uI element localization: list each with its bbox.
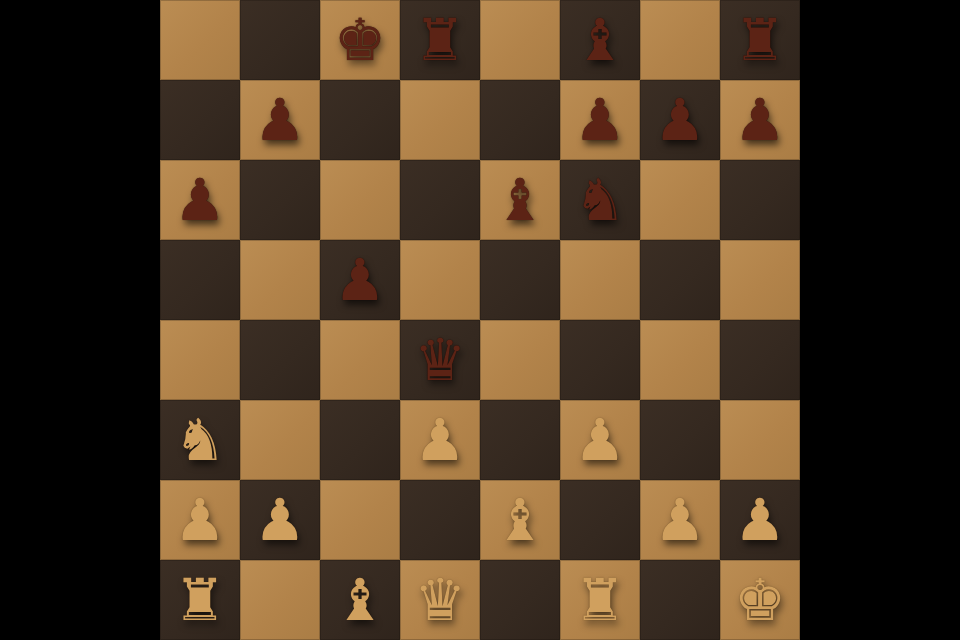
square-h6[interactable] bbox=[720, 160, 800, 240]
square-c8[interactable]: ♚ bbox=[320, 0, 400, 80]
square-d6[interactable] bbox=[400, 160, 480, 240]
square-h8[interactable]: ♜ bbox=[720, 0, 800, 80]
square-c5[interactable]: ♟ bbox=[320, 240, 400, 320]
square-a5[interactable] bbox=[160, 240, 240, 320]
square-b1[interactable] bbox=[240, 560, 320, 640]
square-f5[interactable] bbox=[560, 240, 640, 320]
square-c6[interactable] bbox=[320, 160, 400, 240]
square-h7[interactable]: ♟ bbox=[720, 80, 800, 160]
piece-black-pawn[interactable]: ♟ bbox=[654, 80, 706, 160]
piece-white-bishop[interactable]: ♝ bbox=[334, 560, 386, 640]
square-e1[interactable] bbox=[480, 560, 560, 640]
piece-black-bishop[interactable]: ♝ bbox=[574, 0, 626, 80]
piece-white-pawn[interactable]: ♟ bbox=[414, 400, 466, 480]
square-a2[interactable]: ♟ bbox=[160, 480, 240, 560]
square-a1[interactable]: ♜ bbox=[160, 560, 240, 640]
square-g4[interactable] bbox=[640, 320, 720, 400]
square-e7[interactable] bbox=[480, 80, 560, 160]
square-b7[interactable]: ♟ bbox=[240, 80, 320, 160]
square-e8[interactable] bbox=[480, 0, 560, 80]
piece-black-pawn[interactable]: ♟ bbox=[334, 240, 386, 320]
square-d5[interactable] bbox=[400, 240, 480, 320]
square-h4[interactable] bbox=[720, 320, 800, 400]
square-d3[interactable]: ♟ bbox=[400, 400, 480, 480]
square-a7[interactable] bbox=[160, 80, 240, 160]
square-a8[interactable] bbox=[160, 0, 240, 80]
square-d4[interactable]: ♛ bbox=[400, 320, 480, 400]
piece-white-rook[interactable]: ♜ bbox=[174, 560, 226, 640]
square-g8[interactable] bbox=[640, 0, 720, 80]
square-d8[interactable]: ♜ bbox=[400, 0, 480, 80]
square-b4[interactable] bbox=[240, 320, 320, 400]
piece-white-rook[interactable]: ♜ bbox=[574, 560, 626, 640]
square-h3[interactable] bbox=[720, 400, 800, 480]
square-d7[interactable] bbox=[400, 80, 480, 160]
square-b6[interactable] bbox=[240, 160, 320, 240]
square-b5[interactable] bbox=[240, 240, 320, 320]
piece-black-pawn[interactable]: ♟ bbox=[254, 80, 306, 160]
square-g7[interactable]: ♟ bbox=[640, 80, 720, 160]
square-b3[interactable] bbox=[240, 400, 320, 480]
square-g6[interactable] bbox=[640, 160, 720, 240]
piece-black-knight[interactable]: ♞ bbox=[574, 160, 626, 240]
square-e3[interactable] bbox=[480, 400, 560, 480]
piece-white-pawn[interactable]: ♟ bbox=[574, 400, 626, 480]
square-f2[interactable] bbox=[560, 480, 640, 560]
square-f3[interactable]: ♟ bbox=[560, 400, 640, 480]
square-c3[interactable] bbox=[320, 400, 400, 480]
square-e5[interactable] bbox=[480, 240, 560, 320]
square-e6[interactable]: ♝ bbox=[480, 160, 560, 240]
square-f8[interactable]: ♝ bbox=[560, 0, 640, 80]
piece-white-pawn[interactable]: ♟ bbox=[734, 480, 786, 560]
square-e4[interactable] bbox=[480, 320, 560, 400]
square-g5[interactable] bbox=[640, 240, 720, 320]
square-d2[interactable] bbox=[400, 480, 480, 560]
square-a3[interactable]: ♞ bbox=[160, 400, 240, 480]
square-e2[interactable]: ♝ bbox=[480, 480, 560, 560]
square-a6[interactable]: ♟ bbox=[160, 160, 240, 240]
piece-white-queen[interactable]: ♛ bbox=[414, 560, 466, 640]
square-g1[interactable] bbox=[640, 560, 720, 640]
piece-white-knight[interactable]: ♞ bbox=[174, 400, 226, 480]
square-c1[interactable]: ♝ bbox=[320, 560, 400, 640]
piece-black-bishop[interactable]: ♝ bbox=[494, 160, 546, 240]
chessboard: ♚♜♝♜♟♟♟♟♟♝♞♟♛♞♟♟♟♟♝♟♟♜♝♛♜♚ bbox=[160, 0, 800, 640]
square-b2[interactable]: ♟ bbox=[240, 480, 320, 560]
piece-white-king[interactable]: ♚ bbox=[734, 560, 786, 640]
piece-white-bishop[interactable]: ♝ bbox=[494, 480, 546, 560]
square-h1[interactable]: ♚ bbox=[720, 560, 800, 640]
square-f6[interactable]: ♞ bbox=[560, 160, 640, 240]
square-f1[interactable]: ♜ bbox=[560, 560, 640, 640]
piece-white-pawn[interactable]: ♟ bbox=[654, 480, 706, 560]
piece-black-rook[interactable]: ♜ bbox=[414, 0, 466, 80]
piece-black-pawn[interactable]: ♟ bbox=[734, 80, 786, 160]
piece-white-pawn[interactable]: ♟ bbox=[254, 480, 306, 560]
square-b8[interactable] bbox=[240, 0, 320, 80]
piece-black-king[interactable]: ♚ bbox=[334, 0, 386, 80]
square-f4[interactable] bbox=[560, 320, 640, 400]
piece-white-pawn[interactable]: ♟ bbox=[174, 480, 226, 560]
square-f7[interactable]: ♟ bbox=[560, 80, 640, 160]
square-g2[interactable]: ♟ bbox=[640, 480, 720, 560]
square-c4[interactable] bbox=[320, 320, 400, 400]
square-g3[interactable] bbox=[640, 400, 720, 480]
piece-black-pawn[interactable]: ♟ bbox=[174, 160, 226, 240]
square-c7[interactable] bbox=[320, 80, 400, 160]
piece-black-pawn[interactable]: ♟ bbox=[574, 80, 626, 160]
square-h5[interactable] bbox=[720, 240, 800, 320]
square-c2[interactable] bbox=[320, 480, 400, 560]
square-h2[interactable]: ♟ bbox=[720, 480, 800, 560]
piece-black-queen[interactable]: ♛ bbox=[414, 320, 466, 400]
square-a4[interactable] bbox=[160, 320, 240, 400]
piece-black-rook[interactable]: ♜ bbox=[734, 0, 786, 80]
square-d1[interactable]: ♛ bbox=[400, 560, 480, 640]
